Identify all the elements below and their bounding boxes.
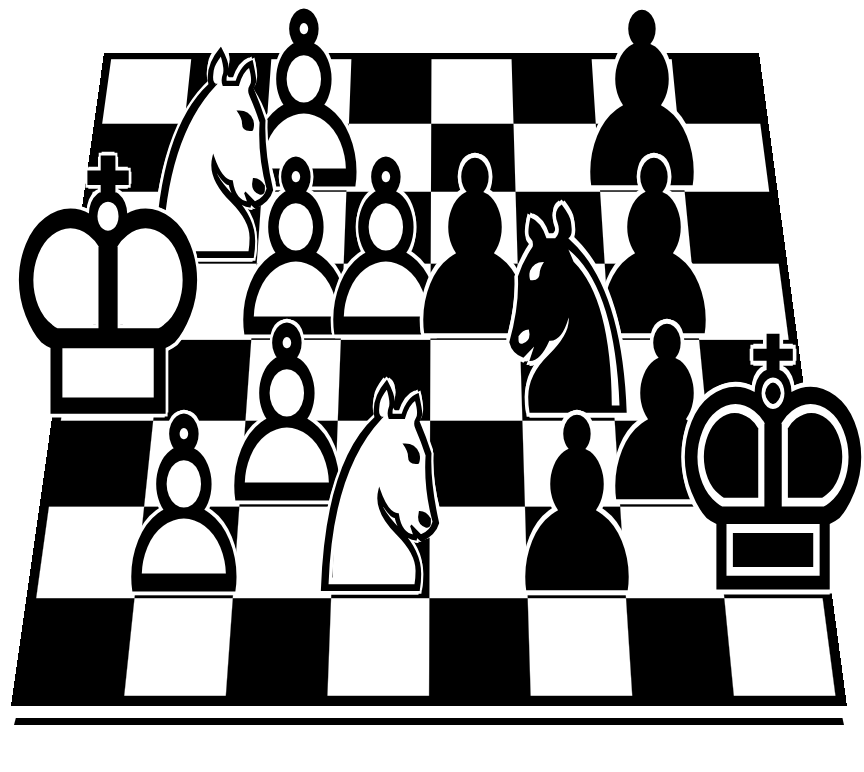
square-h7 bbox=[678, 124, 769, 192]
square-c7 bbox=[262, 124, 349, 192]
square-c8 bbox=[267, 59, 352, 123]
square-g2 bbox=[620, 507, 724, 599]
square-c5 bbox=[251, 264, 343, 340]
square-e6 bbox=[431, 192, 518, 264]
square-g5 bbox=[605, 264, 699, 340]
board-edge-white-strip bbox=[14, 706, 844, 718]
square-f1 bbox=[528, 598, 633, 696]
square-a1 bbox=[23, 598, 135, 696]
square-c3 bbox=[239, 421, 337, 507]
square-h5 bbox=[692, 264, 789, 340]
square-e4 bbox=[430, 340, 522, 421]
square-c2 bbox=[233, 507, 335, 599]
square-a3 bbox=[49, 421, 153, 507]
square-a6 bbox=[83, 192, 178, 264]
board-bottom-edge bbox=[14, 706, 844, 725]
square-f5 bbox=[518, 264, 610, 340]
square-d4 bbox=[338, 340, 431, 421]
square-c4 bbox=[245, 340, 340, 421]
square-f6 bbox=[516, 192, 605, 264]
square-f8 bbox=[512, 59, 596, 123]
chess-board-grid bbox=[11, 53, 847, 706]
square-b8 bbox=[184, 59, 271, 123]
square-c6 bbox=[257, 192, 347, 264]
square-b3 bbox=[144, 421, 245, 507]
square-g7 bbox=[596, 124, 685, 192]
square-e8 bbox=[431, 59, 513, 123]
square-h1 bbox=[724, 598, 835, 696]
square-b2 bbox=[134, 507, 239, 599]
square-g1 bbox=[626, 598, 734, 696]
square-b4 bbox=[153, 340, 251, 421]
square-a5 bbox=[72, 264, 170, 340]
square-h6 bbox=[685, 192, 779, 264]
square-g8 bbox=[592, 59, 678, 123]
square-a4 bbox=[61, 340, 162, 421]
square-g3 bbox=[615, 421, 716, 507]
chessboard-illustration: Black-and-white perspective chessboard c… bbox=[0, 0, 864, 772]
square-b6 bbox=[170, 192, 262, 264]
square-e1 bbox=[429, 598, 531, 696]
square-h2 bbox=[715, 507, 822, 599]
square-d6 bbox=[344, 192, 431, 264]
square-h8 bbox=[672, 59, 761, 123]
square-e5 bbox=[430, 264, 520, 340]
square-e7 bbox=[431, 124, 516, 192]
square-c1 bbox=[226, 598, 331, 696]
square-h3 bbox=[707, 421, 811, 507]
square-d2 bbox=[331, 507, 430, 599]
square-b5 bbox=[162, 264, 257, 340]
square-d7 bbox=[346, 124, 431, 192]
square-e2 bbox=[429, 507, 527, 599]
square-g6 bbox=[600, 192, 692, 264]
square-g4 bbox=[610, 340, 707, 421]
square-d1 bbox=[327, 598, 429, 696]
square-a2 bbox=[36, 507, 144, 599]
square-d8 bbox=[349, 59, 432, 123]
square-f4 bbox=[520, 340, 615, 421]
square-b1 bbox=[124, 598, 233, 696]
square-d3 bbox=[335, 421, 431, 507]
square-a7 bbox=[93, 124, 185, 192]
square-e3 bbox=[430, 421, 525, 507]
square-f3 bbox=[522, 421, 620, 507]
square-b7 bbox=[177, 124, 266, 192]
square-f2 bbox=[525, 507, 626, 599]
square-d5 bbox=[341, 264, 431, 340]
board-edge-black-strip bbox=[14, 718, 844, 725]
square-f7 bbox=[513, 124, 600, 192]
square-h4 bbox=[699, 340, 799, 421]
square-a8 bbox=[102, 59, 191, 123]
